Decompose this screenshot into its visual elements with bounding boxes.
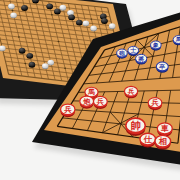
xiangqi-piece-blue[interactable]: 卒: [156, 62, 168, 73]
go-star-point: [51, 14, 53, 15]
xiangqi-piece-char: 士: [130, 47, 137, 53]
xiangqi-piece-char: 馬: [87, 88, 95, 96]
go-stone-white[interactable]: [8, 4, 14, 10]
go-star-point: [58, 41, 60, 42]
go-stone-black[interactable]: [54, 9, 60, 15]
xiangqi-piece-char: 兵: [150, 98, 158, 107]
go-star-point: [90, 18, 92, 19]
go-stone-black[interactable]: [101, 18, 107, 24]
xiangqi-piece-blue[interactable]: 象: [151, 41, 162, 51]
go-stone-black[interactable]: [76, 20, 82, 26]
xiangqi-piece-char: 兵: [64, 105, 72, 114]
xiangqi-piece-char: 卒: [158, 63, 165, 70]
go-stone-black[interactable]: [21, 5, 27, 11]
go-star-point: [18, 36, 20, 37]
xiangqi-piece-red[interactable]: 仕: [140, 133, 156, 147]
xiangqi-piece-char: 象: [152, 42, 159, 48]
xiangqi-piece-char: 馬: [175, 36, 180, 43]
go-star-point: [24, 63, 26, 64]
go-stone-white[interactable]: [48, 60, 54, 66]
xiangqi-piece-red[interactable]: 兵: [93, 96, 107, 109]
go-stone-black[interactable]: [47, 3, 53, 9]
go-stone-black[interactable]: [19, 48, 25, 54]
xiangqi-piece-char: 砲: [118, 50, 125, 57]
go-stone-black[interactable]: [29, 62, 35, 68]
go-stone-white[interactable]: [90, 26, 96, 32]
xiangqi-piece-blue[interactable]: 將: [136, 54, 147, 64]
xiangqi-piece-red[interactable]: 相: [155, 135, 171, 149]
xiangqi-piece-char: 兵: [127, 88, 135, 96]
xiangqi-piece-red[interactable]: 車: [157, 123, 172, 137]
go-stone-white[interactable]: [42, 63, 48, 69]
go-stone-white[interactable]: [0, 45, 5, 51]
xiangqi-piece-char: 兵: [96, 97, 104, 106]
xiangqi-piece-char: 相: [158, 136, 167, 146]
xiangqi-piece-char: 炮: [82, 97, 91, 106]
go-stone-white[interactable]: [83, 20, 89, 26]
xiangqi-piece-red[interactable]: 兵: [125, 86, 138, 98]
xiangqi-piece-red[interactable]: 炮: [80, 96, 94, 109]
xiangqi-piece-char: 帥: [131, 120, 141, 131]
xiangqi-piece-char: 將: [137, 56, 144, 63]
xiangqi-piece-red[interactable]: 兵: [148, 98, 162, 111]
xiangqi-piece-char: 車: [160, 124, 169, 133]
go-stone-black[interactable]: [27, 53, 33, 59]
go-stone-white[interactable]: [109, 23, 115, 29]
xiangqi-piece-blue[interactable]: 砲: [117, 49, 128, 59]
boards-scene: 砲士象馬將卒馬兵炮兵兵兵帥車仕相: [0, 0, 180, 180]
go-stone-black[interactable]: [68, 14, 74, 20]
product-photo: 砲士象馬將卒馬兵炮兵兵兵帥車仕相: [0, 0, 180, 180]
go-star-point: [12, 10, 14, 11]
xiangqi-piece-char: 仕: [143, 134, 153, 144]
xiangqi-piece-red[interactable]: 兵: [61, 104, 75, 117]
go-star-point: [64, 68, 66, 69]
go-stone-white[interactable]: [60, 5, 66, 11]
xiangqi-piece-blue[interactable]: 士: [128, 46, 139, 56]
go-stone-white[interactable]: [10, 12, 16, 18]
xiangqi-piece-red[interactable]: 帥: [126, 118, 145, 136]
